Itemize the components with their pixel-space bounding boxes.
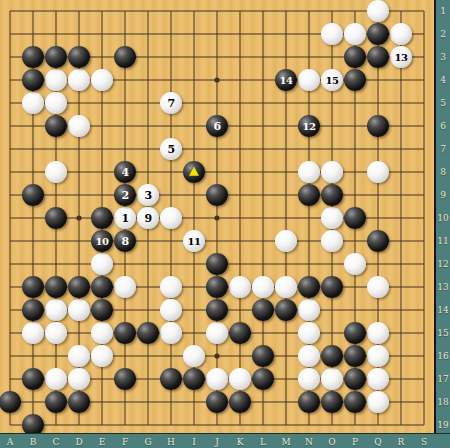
black-stone-B3[interactable] (22, 46, 44, 68)
column-label-H: H (167, 438, 175, 447)
row-label-8: 8 (440, 168, 446, 177)
black-stone-Q2[interactable] (367, 23, 389, 45)
black-stone-F11[interactable]: 8 (114, 230, 136, 252)
white-stone-N8[interactable] (298, 161, 320, 183)
black-stone-D18[interactable] (68, 391, 90, 413)
black-stone-N6[interactable]: 12 (298, 115, 320, 137)
black-stone-J14[interactable] (206, 299, 228, 321)
star-point (76, 215, 81, 220)
white-stone-O17[interactable] (321, 368, 343, 390)
white-stone-C15[interactable] (45, 322, 67, 344)
white-stone-N4[interactable] (298, 69, 320, 91)
column-label-M: M (281, 438, 290, 447)
white-stone-M11[interactable] (275, 230, 297, 252)
black-stone-B17[interactable] (22, 368, 44, 390)
black-stone-I17[interactable] (183, 368, 205, 390)
black-stone-E14[interactable] (91, 299, 113, 321)
white-stone-L13[interactable] (252, 276, 274, 298)
black-stone-C6[interactable] (45, 115, 67, 137)
black-stone-P15[interactable] (344, 322, 366, 344)
column-label-Q: Q (374, 438, 381, 447)
move-number-label: 4 (121, 167, 128, 178)
row-label-11: 11 (437, 237, 448, 246)
white-stone-P12[interactable] (344, 253, 366, 275)
black-stone-M4[interactable]: 14 (275, 69, 297, 91)
white-stone-E15[interactable] (91, 322, 113, 344)
black-stone-P4[interactable] (344, 69, 366, 91)
column-label-P: P (352, 438, 358, 447)
triangle-marker-icon (189, 167, 199, 176)
white-stone-G10[interactable]: 9 (137, 207, 159, 229)
white-stone-C14[interactable] (45, 299, 67, 321)
black-stone-F17[interactable] (114, 368, 136, 390)
white-stone-B5[interactable] (22, 92, 44, 114)
white-stone-F10[interactable]: 1 (114, 207, 136, 229)
move-number-label: 13 (395, 52, 408, 63)
row-label-16: 16 (437, 352, 448, 361)
move-number-label: 10 (96, 236, 109, 247)
white-stone-N16[interactable] (298, 345, 320, 367)
white-stone-G9[interactable]: 3 (137, 184, 159, 206)
white-stone-C5[interactable] (45, 92, 67, 114)
black-stone-G15[interactable] (137, 322, 159, 344)
white-stone-N17[interactable] (298, 368, 320, 390)
white-stone-C17[interactable] (45, 368, 67, 390)
white-stone-Q8[interactable] (367, 161, 389, 183)
white-stone-K13[interactable] (229, 276, 251, 298)
white-stone-Q18[interactable] (367, 391, 389, 413)
black-stone-B9[interactable] (22, 184, 44, 206)
black-stone-I8[interactable] (183, 161, 205, 183)
white-stone-N14[interactable] (298, 299, 320, 321)
move-number-label: 2 (121, 190, 128, 201)
row-label-4: 4 (440, 76, 446, 85)
row-label-7: 7 (440, 145, 446, 154)
column-label-G: G (144, 438, 151, 447)
black-stone-P17[interactable] (344, 368, 366, 390)
black-stone-C3[interactable] (45, 46, 67, 68)
white-stone-R2[interactable] (390, 23, 412, 45)
column-label-N: N (305, 438, 313, 447)
move-number-label: 1 (121, 213, 128, 224)
column-label-C: C (53, 438, 60, 447)
row-label-2: 2 (440, 30, 446, 39)
black-stone-C18[interactable] (45, 391, 67, 413)
white-stone-H15[interactable] (160, 322, 182, 344)
black-stone-J12[interactable] (206, 253, 228, 275)
row-label-6: 6 (440, 122, 446, 131)
black-stone-D3[interactable] (68, 46, 90, 68)
white-stone-J17[interactable] (206, 368, 228, 390)
white-stone-D6[interactable] (68, 115, 90, 137)
white-stone-Q15[interactable] (367, 322, 389, 344)
black-stone-E10[interactable] (91, 207, 113, 229)
black-stone-L14[interactable] (252, 299, 274, 321)
column-label-B: B (30, 438, 37, 447)
white-stone-D17[interactable] (68, 368, 90, 390)
black-stone-D13[interactable] (68, 276, 90, 298)
black-stone-A18[interactable] (0, 391, 21, 413)
column-label-R: R (398, 438, 405, 447)
black-stone-H17[interactable] (160, 368, 182, 390)
white-stone-Q1[interactable] (367, 0, 389, 22)
white-stone-K17[interactable] (229, 368, 251, 390)
column-label-O: O (328, 438, 335, 447)
black-stone-N13[interactable] (298, 276, 320, 298)
black-stone-B13[interactable] (22, 276, 44, 298)
black-stone-P18[interactable] (344, 391, 366, 413)
row-label-18: 18 (437, 398, 448, 407)
black-stone-F15[interactable] (114, 322, 136, 344)
black-stone-J13[interactable] (206, 276, 228, 298)
black-stone-C10[interactable] (45, 207, 67, 229)
white-stone-Q16[interactable] (367, 345, 389, 367)
white-stone-Q17[interactable] (367, 368, 389, 390)
row-coordinate-strip: 12345678910111213141516171819 (436, 0, 450, 433)
black-stone-K15[interactable] (229, 322, 251, 344)
white-stone-M13[interactable] (275, 276, 297, 298)
black-stone-J18[interactable] (206, 391, 228, 413)
white-stone-O8[interactable] (321, 161, 343, 183)
white-stone-C4[interactable] (45, 69, 67, 91)
black-stone-B4[interactable] (22, 69, 44, 91)
move-number-label: 5 (167, 144, 174, 155)
black-stone-P3[interactable] (344, 46, 366, 68)
column-label-L: L (260, 438, 266, 447)
black-stone-P16[interactable] (344, 345, 366, 367)
star-point (214, 353, 219, 358)
black-stone-P10[interactable] (344, 207, 366, 229)
black-stone-Q11[interactable] (367, 230, 389, 252)
white-stone-E12[interactable] (91, 253, 113, 275)
black-stone-O13[interactable] (321, 276, 343, 298)
column-label-K: K (237, 438, 244, 447)
white-stone-J15[interactable] (206, 322, 228, 344)
row-label-12: 12 (437, 260, 448, 269)
black-stone-F8[interactable]: 4 (114, 161, 136, 183)
black-stone-F9[interactable]: 2 (114, 184, 136, 206)
black-stone-N18[interactable] (298, 391, 320, 413)
white-stone-P2[interactable] (344, 23, 366, 45)
white-stone-I16[interactable] (183, 345, 205, 367)
go-board[interactable]: 131575319111461242108 (0, 0, 436, 435)
column-label-D: D (75, 438, 82, 447)
move-number-label: 9 (144, 213, 151, 224)
white-stone-H10[interactable] (160, 207, 182, 229)
column-label-J: J (215, 438, 219, 447)
white-stone-O10[interactable] (321, 207, 343, 229)
black-stone-L16[interactable] (252, 345, 274, 367)
go-game-screen: 131575319111461242108 123456789101112131… (0, 0, 450, 448)
black-stone-E13[interactable] (91, 276, 113, 298)
black-stone-Q3[interactable] (367, 46, 389, 68)
row-label-9: 9 (440, 191, 446, 200)
black-stone-L17[interactable] (252, 368, 274, 390)
white-stone-H13[interactable] (160, 276, 182, 298)
white-stone-D16[interactable] (68, 345, 90, 367)
column-label-I: I (192, 438, 196, 447)
white-stone-D14[interactable] (68, 299, 90, 321)
black-stone-J9[interactable] (206, 184, 228, 206)
white-stone-H5[interactable]: 7 (160, 92, 182, 114)
row-label-5: 5 (440, 99, 446, 108)
column-label-E: E (99, 438, 106, 447)
move-number-label: 15 (326, 75, 339, 86)
white-stone-B15[interactable] (22, 322, 44, 344)
row-label-17: 17 (437, 375, 448, 384)
white-stone-C8[interactable] (45, 161, 67, 183)
row-label-10: 10 (437, 214, 448, 223)
black-stone-M14[interactable] (275, 299, 297, 321)
white-stone-D4[interactable] (68, 69, 90, 91)
black-stone-O18[interactable] (321, 391, 343, 413)
black-stone-N9[interactable] (298, 184, 320, 206)
black-stone-Q6[interactable] (367, 115, 389, 137)
white-stone-O4[interactable]: 15 (321, 69, 343, 91)
white-stone-R3[interactable]: 13 (390, 46, 412, 68)
column-label-F: F (122, 438, 128, 447)
row-label-1: 1 (440, 7, 446, 16)
move-number-label: 8 (121, 236, 128, 247)
white-stone-H7[interactable]: 5 (160, 138, 182, 160)
row-label-14: 14 (437, 306, 448, 315)
column-coordinate-strip: ABCDEFGHIJKLMNOPQRS (0, 433, 450, 448)
column-label-S: S (421, 438, 427, 447)
move-number-label: 14 (280, 75, 293, 86)
black-stone-K18[interactable] (229, 391, 251, 413)
black-stone-J6[interactable]: 6 (206, 115, 228, 137)
row-label-13: 13 (437, 283, 448, 292)
white-stone-O11[interactable] (321, 230, 343, 252)
white-stone-E16[interactable] (91, 345, 113, 367)
white-stone-F13[interactable] (114, 276, 136, 298)
column-label-A: A (7, 438, 14, 447)
white-stone-N15[interactable] (298, 322, 320, 344)
white-stone-H14[interactable] (160, 299, 182, 321)
move-number-label: 6 (213, 121, 220, 132)
star-point (214, 215, 219, 220)
row-label-3: 3 (440, 53, 446, 62)
star-point (214, 77, 219, 82)
black-stone-F3[interactable] (114, 46, 136, 68)
move-number-label: 12 (303, 121, 316, 132)
row-label-15: 15 (437, 329, 448, 338)
white-stone-E4[interactable] (91, 69, 113, 91)
black-stone-O9[interactable] (321, 184, 343, 206)
row-label-19: 19 (437, 421, 448, 430)
white-stone-Q13[interactable] (367, 276, 389, 298)
black-stone-B14[interactable] (22, 299, 44, 321)
black-stone-C13[interactable] (45, 276, 67, 298)
move-number-label: 7 (167, 98, 174, 109)
white-stone-I11[interactable]: 11 (183, 230, 205, 252)
black-stone-O16[interactable] (321, 345, 343, 367)
white-stone-O2[interactable] (321, 23, 343, 45)
black-stone-E11[interactable]: 10 (91, 230, 113, 252)
move-number-label: 3 (144, 190, 151, 201)
move-number-label: 11 (188, 236, 201, 247)
